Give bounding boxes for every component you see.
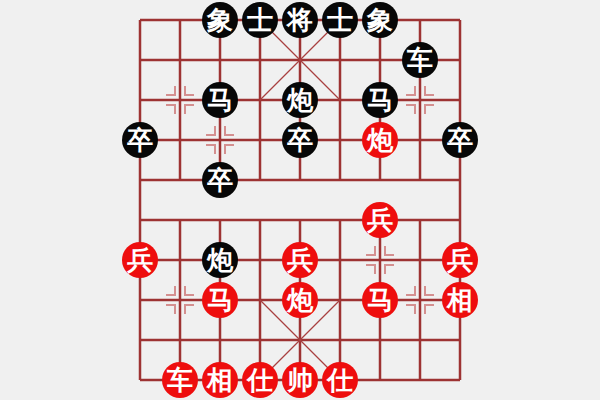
- piece-red-horse[interactable]: 马: [202, 282, 238, 318]
- piece-black-general[interactable]: 将: [282, 2, 318, 38]
- piece-red-general[interactable]: 帅: [282, 362, 318, 398]
- piece-red-advisor[interactable]: 仕: [322, 362, 358, 398]
- piece-black-horse[interactable]: 马: [362, 82, 398, 118]
- piece-black-elephant[interactable]: 象: [362, 2, 398, 38]
- xiangqi-board: 象士将士象车马炮马卒卒炮卒卒兵兵炮兵兵马炮马相车相仕帅仕: [120, 0, 480, 400]
- piece-red-elephant[interactable]: 相: [442, 282, 478, 318]
- piece-red-cannon[interactable]: 炮: [362, 122, 398, 158]
- piece-black-soldier[interactable]: 卒: [282, 122, 318, 158]
- piece-black-soldier[interactable]: 卒: [442, 122, 478, 158]
- piece-red-cannon[interactable]: 炮: [282, 282, 318, 318]
- piece-red-advisor[interactable]: 仕: [242, 362, 278, 398]
- piece-black-cannon[interactable]: 炮: [202, 242, 238, 278]
- piece-red-horse[interactable]: 马: [362, 282, 398, 318]
- piece-black-horse[interactable]: 马: [202, 82, 238, 118]
- piece-black-soldier[interactable]: 卒: [122, 122, 158, 158]
- piece-black-cannon[interactable]: 炮: [282, 82, 318, 118]
- piece-red-elephant[interactable]: 相: [202, 362, 238, 398]
- piece-red-chariot[interactable]: 车: [162, 362, 198, 398]
- piece-red-soldier[interactable]: 兵: [362, 202, 398, 238]
- piece-red-soldier[interactable]: 兵: [122, 242, 158, 278]
- piece-black-chariot[interactable]: 车: [402, 42, 438, 78]
- piece-red-soldier[interactable]: 兵: [442, 242, 478, 278]
- piece-black-elephant[interactable]: 象: [202, 2, 238, 38]
- piece-black-soldier[interactable]: 卒: [202, 162, 238, 198]
- piece-black-advisor[interactable]: 士: [242, 2, 278, 38]
- xiangqi-screenshot: 象士将士象车马炮马卒卒炮卒卒兵兵炮兵兵马炮马相车相仕帅仕: [0, 0, 600, 400]
- piece-red-soldier[interactable]: 兵: [282, 242, 318, 278]
- piece-black-advisor[interactable]: 士: [322, 2, 358, 38]
